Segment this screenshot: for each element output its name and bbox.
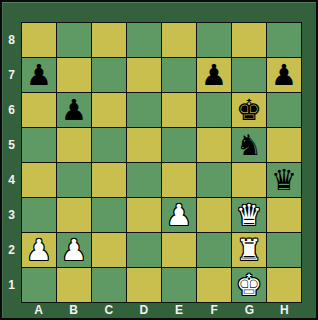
square-g2[interactable]: ♜: [232, 233, 266, 267]
square-e3[interactable]: ♟: [162, 198, 196, 232]
piece-white-rook: ♜: [236, 233, 262, 267]
square-e1[interactable]: [162, 268, 196, 302]
square-b2[interactable]: ♟: [57, 233, 91, 267]
square-g3[interactable]: ♛: [232, 198, 266, 232]
square-c5[interactable]: [92, 128, 126, 162]
square-c7[interactable]: [92, 58, 126, 92]
rank-label: 3: [2, 198, 21, 233]
square-c3[interactable]: [92, 198, 126, 232]
square-f8[interactable]: [197, 23, 231, 57]
square-f4[interactable]: [197, 163, 231, 197]
square-f2[interactable]: [197, 233, 231, 267]
square-g1[interactable]: ♚: [232, 268, 266, 302]
square-h1[interactable]: [267, 268, 301, 302]
piece-black-pawn: ♟: [201, 58, 227, 92]
rank-labels: 8 7 6 5 4 3 2 1: [2, 22, 21, 303]
square-b7[interactable]: [57, 58, 91, 92]
square-c1[interactable]: [92, 268, 126, 302]
file-label: C: [91, 303, 126, 317]
square-a5[interactable]: [22, 128, 56, 162]
piece-white-pawn: ♟: [26, 233, 52, 267]
chess-diagram: 8 7 6 5 4 3 2 1 ♟♟♟♟♚♞♛♟♛♟♟♜♚ A B C D E …: [0, 0, 318, 320]
square-g8[interactable]: [232, 23, 266, 57]
square-b4[interactable]: [57, 163, 91, 197]
square-d6[interactable]: [127, 93, 161, 127]
square-e2[interactable]: [162, 233, 196, 267]
square-h7[interactable]: ♟: [267, 58, 301, 92]
square-a8[interactable]: [22, 23, 56, 57]
square-f5[interactable]: [197, 128, 231, 162]
square-e5[interactable]: [162, 128, 196, 162]
square-b5[interactable]: [57, 128, 91, 162]
file-labels: A B C D E F G H: [21, 303, 302, 317]
file-label: G: [232, 303, 267, 317]
square-f6[interactable]: [197, 93, 231, 127]
square-g4[interactable]: [232, 163, 266, 197]
square-e8[interactable]: [162, 23, 196, 57]
square-c8[interactable]: [92, 23, 126, 57]
square-b1[interactable]: [57, 268, 91, 302]
rank-label: 1: [2, 268, 21, 303]
square-h2[interactable]: [267, 233, 301, 267]
square-e4[interactable]: [162, 163, 196, 197]
square-a6[interactable]: [22, 93, 56, 127]
rank-label: 7: [2, 57, 21, 92]
square-c4[interactable]: [92, 163, 126, 197]
piece-black-king: ♚: [236, 93, 262, 127]
piece-white-pawn: ♟: [61, 233, 87, 267]
square-d3[interactable]: [127, 198, 161, 232]
rank-label: 6: [2, 92, 21, 127]
piece-black-queen: ♛: [271, 163, 297, 197]
rank-label: 2: [2, 233, 21, 268]
rank-label: 4: [2, 163, 21, 198]
piece-black-pawn: ♟: [61, 93, 87, 127]
piece-black-pawn: ♟: [271, 58, 297, 92]
square-a4[interactable]: [22, 163, 56, 197]
square-d8[interactable]: [127, 23, 161, 57]
square-e7[interactable]: [162, 58, 196, 92]
square-f1[interactable]: [197, 268, 231, 302]
piece-black-pawn: ♟: [26, 58, 52, 92]
square-d4[interactable]: [127, 163, 161, 197]
file-label: H: [267, 303, 302, 317]
square-c6[interactable]: [92, 93, 126, 127]
chess-board: ♟♟♟♟♚♞♛♟♛♟♟♜♚: [21, 22, 302, 303]
square-a3[interactable]: [22, 198, 56, 232]
file-label: F: [197, 303, 232, 317]
square-a1[interactable]: [22, 268, 56, 302]
file-label: E: [162, 303, 197, 317]
piece-white-pawn: ♟: [166, 198, 192, 232]
square-h5[interactable]: [267, 128, 301, 162]
piece-white-king: ♚: [236, 268, 262, 302]
square-b8[interactable]: [57, 23, 91, 57]
file-label: A: [21, 303, 56, 317]
rank-label: 5: [2, 127, 21, 162]
square-h8[interactable]: [267, 23, 301, 57]
square-g6[interactable]: ♚: [232, 93, 266, 127]
square-h6[interactable]: [267, 93, 301, 127]
square-f7[interactable]: ♟: [197, 58, 231, 92]
piece-white-queen: ♛: [236, 198, 262, 232]
file-label: B: [56, 303, 91, 317]
square-h3[interactable]: [267, 198, 301, 232]
square-h4[interactable]: ♛: [267, 163, 301, 197]
square-d5[interactable]: [127, 128, 161, 162]
square-d2[interactable]: [127, 233, 161, 267]
square-g7[interactable]: [232, 58, 266, 92]
piece-black-knight: ♞: [236, 128, 262, 162]
file-label: D: [126, 303, 161, 317]
square-b6[interactable]: ♟: [57, 93, 91, 127]
square-g5[interactable]: ♞: [232, 128, 266, 162]
rank-label: 8: [2, 22, 21, 57]
square-d1[interactable]: [127, 268, 161, 302]
square-d7[interactable]: [127, 58, 161, 92]
square-a2[interactable]: ♟: [22, 233, 56, 267]
square-c2[interactable]: [92, 233, 126, 267]
square-b3[interactable]: [57, 198, 91, 232]
square-e6[interactable]: [162, 93, 196, 127]
square-f3[interactable]: [197, 198, 231, 232]
square-a7[interactable]: ♟: [22, 58, 56, 92]
